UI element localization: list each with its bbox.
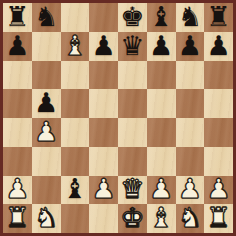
square-a3[interactable] — [3, 147, 32, 176]
square-d6[interactable] — [89, 61, 118, 90]
square-e1[interactable]: ♚ — [118, 204, 147, 233]
piece-black-rook[interactable]: ♜ — [5, 3, 29, 30]
piece-black-rook[interactable]: ♜ — [207, 3, 231, 30]
piece-white-knight[interactable]: ♞ — [178, 204, 202, 231]
square-c2[interactable]: ♝ — [61, 176, 90, 205]
square-c6[interactable] — [61, 61, 90, 90]
piece-white-pawn[interactable]: ♟ — [149, 176, 173, 203]
square-d7[interactable]: ♟ — [89, 32, 118, 61]
square-g2[interactable]: ♟ — [176, 176, 205, 205]
piece-black-knight[interactable]: ♞ — [178, 3, 202, 30]
square-b6[interactable] — [32, 61, 61, 90]
square-e5[interactable] — [118, 89, 147, 118]
square-c8[interactable] — [61, 3, 90, 32]
piece-black-bishop[interactable]: ♝ — [63, 176, 87, 203]
square-f5[interactable] — [147, 89, 176, 118]
square-b5[interactable]: ♟ — [32, 89, 61, 118]
piece-white-knight[interactable]: ♞ — [34, 204, 58, 231]
square-g3[interactable] — [176, 147, 205, 176]
square-d3[interactable] — [89, 147, 118, 176]
chess-board: ♜♞♚♝♞♜♟♝♟♛♟♟♟♟♟♟♝♟♛♟♟♟♜♞♚♝♞♜ — [3, 3, 233, 233]
square-d4[interactable] — [89, 118, 118, 147]
piece-black-queen[interactable]: ♛ — [120, 32, 144, 59]
piece-white-rook[interactable]: ♜ — [207, 204, 231, 231]
square-b1[interactable]: ♞ — [32, 204, 61, 233]
piece-white-rook[interactable]: ♜ — [5, 204, 29, 231]
square-e6[interactable] — [118, 61, 147, 90]
square-d1[interactable] — [89, 204, 118, 233]
piece-white-pawn[interactable]: ♟ — [178, 176, 202, 203]
piece-black-king[interactable]: ♚ — [120, 3, 144, 30]
square-g8[interactable]: ♞ — [176, 3, 205, 32]
square-c7[interactable]: ♝ — [61, 32, 90, 61]
square-a1[interactable]: ♜ — [3, 204, 32, 233]
square-d8[interactable] — [89, 3, 118, 32]
square-e3[interactable] — [118, 147, 147, 176]
square-a8[interactable]: ♜ — [3, 3, 32, 32]
square-c5[interactable] — [61, 89, 90, 118]
piece-white-pawn[interactable]: ♟ — [5, 176, 29, 203]
piece-white-bishop[interactable]: ♝ — [149, 204, 173, 231]
square-b8[interactable]: ♞ — [32, 3, 61, 32]
piece-white-pawn[interactable]: ♟ — [207, 176, 231, 203]
chess-board-frame: ♜♞♚♝♞♜♟♝♟♛♟♟♟♟♟♟♝♟♛♟♟♟♜♞♚♝♞♜ — [0, 0, 236, 236]
square-g5[interactable] — [176, 89, 205, 118]
square-f4[interactable] — [147, 118, 176, 147]
piece-black-pawn[interactable]: ♟ — [5, 32, 29, 59]
piece-white-queen[interactable]: ♛ — [120, 176, 144, 203]
square-h8[interactable]: ♜ — [204, 3, 233, 32]
square-f8[interactable]: ♝ — [147, 3, 176, 32]
square-a7[interactable]: ♟ — [3, 32, 32, 61]
piece-black-pawn[interactable]: ♟ — [178, 32, 202, 59]
piece-white-bishop[interactable]: ♝ — [63, 32, 87, 59]
square-d5[interactable] — [89, 89, 118, 118]
square-c3[interactable] — [61, 147, 90, 176]
square-b3[interactable] — [32, 147, 61, 176]
square-e7[interactable]: ♛ — [118, 32, 147, 61]
piece-white-pawn[interactable]: ♟ — [34, 118, 58, 145]
square-e2[interactable]: ♛ — [118, 176, 147, 205]
square-h6[interactable] — [204, 61, 233, 90]
square-f1[interactable]: ♝ — [147, 204, 176, 233]
square-e8[interactable]: ♚ — [118, 3, 147, 32]
square-g4[interactable] — [176, 118, 205, 147]
square-g7[interactable]: ♟ — [176, 32, 205, 61]
piece-black-pawn[interactable]: ♟ — [149, 32, 173, 59]
square-d2[interactable]: ♟ — [89, 176, 118, 205]
square-a6[interactable] — [3, 61, 32, 90]
square-f7[interactable]: ♟ — [147, 32, 176, 61]
piece-black-pawn[interactable]: ♟ — [207, 32, 231, 59]
piece-white-pawn[interactable]: ♟ — [92, 176, 116, 203]
piece-black-knight[interactable]: ♞ — [34, 3, 58, 30]
square-b7[interactable] — [32, 32, 61, 61]
square-e4[interactable] — [118, 118, 147, 147]
piece-black-pawn[interactable]: ♟ — [34, 89, 58, 116]
square-h5[interactable] — [204, 89, 233, 118]
piece-black-pawn[interactable]: ♟ — [92, 32, 116, 59]
square-h3[interactable] — [204, 147, 233, 176]
square-f3[interactable] — [147, 147, 176, 176]
square-b4[interactable]: ♟ — [32, 118, 61, 147]
square-c4[interactable] — [61, 118, 90, 147]
piece-white-king[interactable]: ♚ — [120, 204, 144, 231]
square-h2[interactable]: ♟ — [204, 176, 233, 205]
square-f2[interactable]: ♟ — [147, 176, 176, 205]
square-b2[interactable] — [32, 176, 61, 205]
square-a4[interactable] — [3, 118, 32, 147]
square-h7[interactable]: ♟ — [204, 32, 233, 61]
square-f6[interactable] — [147, 61, 176, 90]
square-g6[interactable] — [176, 61, 205, 90]
square-g1[interactable]: ♞ — [176, 204, 205, 233]
square-c1[interactable] — [61, 204, 90, 233]
square-a2[interactable]: ♟ — [3, 176, 32, 205]
piece-black-bishop[interactable]: ♝ — [149, 3, 173, 30]
square-h1[interactable]: ♜ — [204, 204, 233, 233]
square-a5[interactable] — [3, 89, 32, 118]
square-h4[interactable] — [204, 118, 233, 147]
